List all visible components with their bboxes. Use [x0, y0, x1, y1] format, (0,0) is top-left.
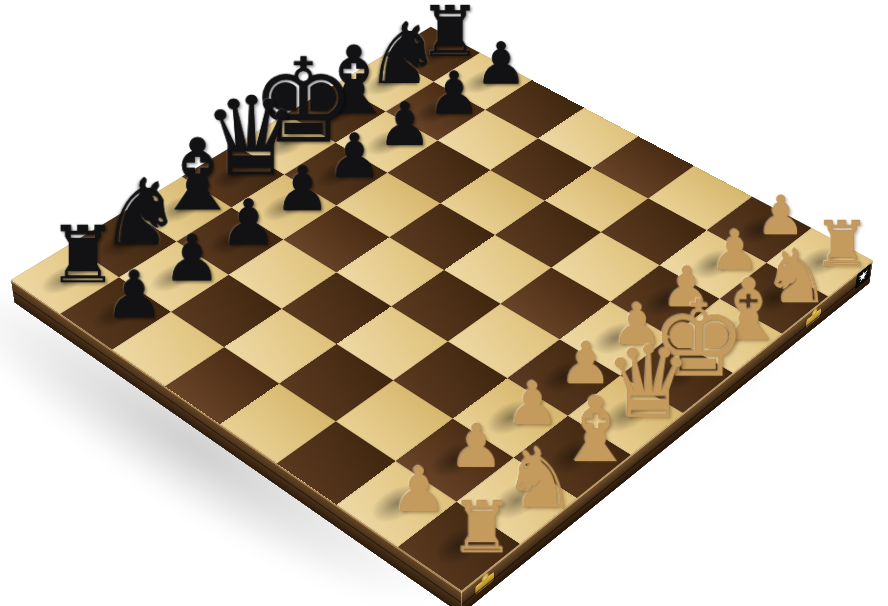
scene: ♜♞♝♛♚♝♞♜♟♟♟♟♟♟♟♟♟♟♟♟♟♟♟♟♜♞♝♛♚♝♞♜	[0, 0, 888, 606]
piece-black-pawn[interactable]: ♟	[378, 98, 432, 152]
chess-board: ♜♞♝♛♚♝♞♜♟♟♟♟♟♟♟♟♟♟♟♟♟♟♟♟♜♞♝♛♚♝♞♜	[11, 27, 873, 591]
piece-white-pawn[interactable]: ♟	[505, 378, 558, 431]
piece-black-pawn[interactable]: ♟	[274, 162, 330, 218]
piece-black-pawn[interactable]: ♟	[327, 129, 382, 184]
piece-white-rook[interactable]: ♜	[450, 496, 515, 561]
piece-black-pawn[interactable]: ♟	[427, 68, 480, 121]
piece-white-pawn[interactable]: ♟	[449, 419, 503, 474]
piece-black-pawn[interactable]: ♟	[163, 230, 221, 288]
piece-black-pawn[interactable]: ♟	[475, 38, 527, 90]
piece-white-pawn[interactable]: ♟	[391, 462, 446, 518]
piece-black-pawn[interactable]: ♟	[105, 266, 164, 325]
piece-black-pawn[interactable]: ♟	[220, 195, 277, 252]
page: { "game": "chess", "position": { "fen": …	[0, 0, 888, 606]
board-grid: ♜♞♝♛♚♝♞♜♟♟♟♟♟♟♟♟♟♟♟♟♟♟♟♟♜♞♝♛♚♝♞♜	[11, 27, 873, 591]
